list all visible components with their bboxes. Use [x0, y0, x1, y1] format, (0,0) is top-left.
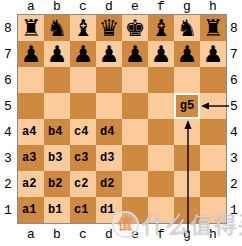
square-g1[interactable]	[174, 197, 200, 223]
square-g4[interactable]	[174, 119, 200, 145]
square-c3[interactable]: c3	[70, 145, 96, 171]
file-label-bottom-f: f	[148, 226, 174, 246]
square-e3[interactable]	[122, 145, 148, 171]
square-name-label-c1: c1	[74, 197, 88, 223]
square-a5[interactable]	[18, 93, 44, 119]
square-f4[interactable]	[148, 119, 174, 145]
rank-label-right-4: 4	[227, 119, 241, 145]
square-d1[interactable]: d1	[96, 197, 122, 223]
file-label-bottom-b: b	[44, 226, 70, 246]
square-a6[interactable]	[18, 67, 44, 93]
square-b6[interactable]	[44, 67, 70, 93]
rank-label-right-2: 2	[227, 171, 241, 197]
square-f8[interactable]: ♝	[148, 15, 174, 41]
square-name-label-d4: d4	[100, 119, 114, 145]
rank-label-right-5: 5	[227, 93, 241, 119]
black-rook-icon: ♜	[21, 15, 42, 41]
rank-label-right-8: 8	[227, 15, 241, 41]
square-name-label-b2: b2	[48, 171, 62, 197]
square-h6[interactable]	[200, 67, 226, 93]
square-c7[interactable]: ♟	[70, 41, 96, 67]
black-bishop-icon: ♝	[151, 15, 172, 41]
square-f6[interactable]	[148, 67, 174, 93]
square-d8[interactable]: ♛	[96, 15, 122, 41]
square-c1[interactable]: c1	[70, 197, 96, 223]
square-name-label-a3: a3	[22, 145, 36, 171]
black-pawn-icon: ♟	[151, 41, 172, 67]
square-a7[interactable]: ♟	[18, 41, 44, 67]
square-e2[interactable]	[122, 171, 148, 197]
rank-label-left-2: 2	[0, 171, 16, 197]
square-b5[interactable]	[44, 93, 70, 119]
square-c2[interactable]: c2	[70, 171, 96, 197]
square-g5[interactable]: g5	[174, 93, 200, 119]
file-labels-top: abcdefgh	[18, 0, 226, 14]
file-label-top-d: d	[96, 0, 122, 14]
black-pawn-icon: ♟	[47, 41, 68, 67]
file-label-bottom-c: c	[70, 226, 96, 246]
file-label-bottom-d: d	[96, 226, 122, 246]
file-label-bottom-g: g	[174, 226, 200, 246]
square-a4[interactable]: a4	[18, 119, 44, 145]
square-b7[interactable]: ♟	[44, 41, 70, 67]
square-d2[interactable]: d2	[96, 171, 122, 197]
square-name-label-c2: c2	[74, 171, 88, 197]
file-label-top-a: a	[18, 0, 44, 14]
square-b3[interactable]: b3	[44, 145, 70, 171]
rank-label-right-6: 6	[227, 67, 241, 93]
square-b8[interactable]: ♞	[44, 15, 70, 41]
square-name-label-a4: a4	[22, 119, 36, 145]
square-c6[interactable]	[70, 67, 96, 93]
square-name-label-b3: b3	[48, 145, 62, 171]
square-e7[interactable]: ♟	[122, 41, 148, 67]
square-f1[interactable]	[148, 197, 174, 223]
square-e4[interactable]	[122, 119, 148, 145]
square-f7[interactable]: ♟	[148, 41, 174, 67]
rank-label-left-6: 6	[0, 67, 16, 93]
square-h7[interactable]: ♟	[200, 41, 226, 67]
file-label-bottom-a: a	[18, 226, 44, 246]
square-name-label-d1: d1	[100, 197, 114, 223]
square-d5[interactable]	[96, 93, 122, 119]
square-name-label-b1: b1	[48, 197, 62, 223]
square-h8[interactable]: ♜	[200, 15, 226, 41]
square-g3[interactable]	[174, 145, 200, 171]
file-label-top-b: b	[44, 0, 70, 14]
black-queen-icon: ♛	[99, 15, 120, 41]
square-f5[interactable]	[148, 93, 174, 119]
square-name-label-b4: b4	[48, 119, 62, 145]
square-d4[interactable]: d4	[96, 119, 122, 145]
square-h4[interactable]	[200, 119, 226, 145]
rank-label-left-5: 5	[0, 93, 16, 119]
square-a2[interactable]: a2	[18, 171, 44, 197]
square-e6[interactable]	[122, 67, 148, 93]
square-name-label-d2: d2	[100, 171, 114, 197]
black-pawn-icon: ♟	[177, 41, 198, 67]
rank-labels-left: 87654321	[0, 15, 16, 223]
file-label-bottom-h: h	[200, 226, 226, 246]
square-name-label-a2: a2	[22, 171, 36, 197]
square-d6[interactable]	[96, 67, 122, 93]
square-name-label-d3: d3	[100, 145, 114, 171]
square-f3[interactable]	[148, 145, 174, 171]
black-pawn-icon: ♟	[73, 41, 94, 67]
square-h5[interactable]	[200, 93, 226, 119]
square-g2[interactable]	[174, 171, 200, 197]
square-h2[interactable]	[200, 171, 226, 197]
square-b4[interactable]: b4	[44, 119, 70, 145]
square-d3[interactable]: d3	[96, 145, 122, 171]
square-b1[interactable]: b1	[44, 197, 70, 223]
file-label-top-h: h	[200, 0, 226, 14]
file-label-top-g: g	[174, 0, 200, 14]
square-f2[interactable]	[148, 171, 174, 197]
square-h1[interactable]	[200, 197, 226, 223]
chess-notation-diagram: abcdefgh 87654321 ♜♞♝♛♚♝♞♜♟♟♟♟♟♟♟♟g5a4b4…	[0, 0, 242, 246]
square-c4[interactable]: c4	[70, 119, 96, 145]
square-b2[interactable]: b2	[44, 171, 70, 197]
rank-label-right-1: 1	[227, 197, 241, 223]
rank-label-right-7: 7	[227, 41, 241, 67]
square-h3[interactable]	[200, 145, 226, 171]
square-a8[interactable]: ♜	[18, 15, 44, 41]
square-g8[interactable]: ♞	[174, 15, 200, 41]
black-pawn-icon: ♟	[21, 41, 42, 67]
rank-label-right-3: 3	[227, 145, 241, 171]
rank-label-left-1: 1	[0, 197, 16, 223]
square-name-label-c4: c4	[74, 119, 88, 145]
highlighted-square-label: g5	[174, 93, 200, 119]
square-e1[interactable]	[122, 197, 148, 223]
rank-label-left-8: 8	[0, 15, 16, 41]
chess-board: ♜♞♝♛♚♝♞♜♟♟♟♟♟♟♟♟g5a4b4c4d4a3b3c3d3a2b2c2…	[17, 14, 227, 224]
file-labels-bottom: abcdefgh	[18, 226, 226, 246]
black-knight-icon: ♞	[47, 15, 68, 41]
square-a3[interactable]: a3	[18, 145, 44, 171]
square-name-label-c3: c3	[74, 145, 88, 171]
square-c5[interactable]	[70, 93, 96, 119]
square-name-label-a1: a1	[22, 197, 36, 223]
black-pawn-icon: ♟	[125, 41, 146, 67]
rank-label-left-7: 7	[0, 41, 16, 67]
square-a1[interactable]: a1	[18, 197, 44, 223]
black-bishop-icon: ♝	[73, 15, 94, 41]
square-d7[interactable]: ♟	[96, 41, 122, 67]
file-label-top-f: f	[148, 0, 174, 14]
square-g6[interactable]	[174, 67, 200, 93]
square-g7[interactable]: ♟	[174, 41, 200, 67]
black-pawn-icon: ♟	[99, 41, 120, 67]
file-label-top-c: c	[70, 0, 96, 14]
black-king-icon: ♚	[125, 15, 146, 41]
file-label-top-e: e	[122, 0, 148, 14]
square-e8[interactable]: ♚	[122, 15, 148, 41]
square-e5[interactable]	[122, 93, 148, 119]
rank-label-left-3: 3	[0, 145, 16, 171]
black-pawn-icon: ♟	[203, 41, 224, 67]
black-knight-icon: ♞	[177, 15, 198, 41]
black-rook-icon: ♜	[203, 15, 224, 41]
square-c8[interactable]: ♝	[70, 15, 96, 41]
rank-labels-right: 87654321	[227, 15, 241, 223]
rank-label-left-4: 4	[0, 119, 16, 145]
file-label-bottom-e: e	[122, 226, 148, 246]
